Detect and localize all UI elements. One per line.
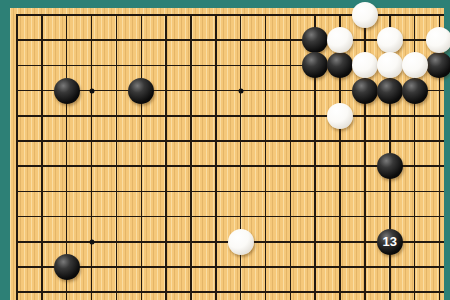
go-board[interactable]: 13	[10, 8, 444, 300]
grid-line-horizontal	[16, 191, 444, 193]
grid-line-vertical	[41, 14, 43, 300]
grid-line-horizontal	[16, 291, 444, 293]
white-stone	[228, 229, 254, 255]
black-stone	[352, 78, 378, 104]
grid-line-vertical	[190, 14, 192, 300]
white-stone	[327, 27, 353, 53]
grid-line-horizontal	[16, 115, 444, 117]
black-stone	[128, 78, 154, 104]
move-number-label: 13	[383, 235, 397, 248]
grid-line-vertical	[16, 14, 18, 300]
black-stone	[426, 52, 450, 78]
screen: 13	[0, 0, 450, 300]
grid-line-vertical	[240, 14, 242, 300]
white-stone	[402, 52, 428, 78]
black-stone	[302, 27, 328, 53]
star-point	[238, 88, 243, 93]
black-stone	[54, 254, 80, 280]
black-stone	[54, 78, 80, 104]
grid-line-vertical	[91, 14, 93, 300]
black-stone	[302, 52, 328, 78]
grid-line-horizontal	[16, 266, 444, 268]
black-stone	[327, 52, 353, 78]
black-stone	[377, 78, 403, 104]
grid-line-vertical	[141, 14, 143, 300]
grid-line-vertical	[215, 14, 217, 300]
black-stone	[377, 153, 403, 179]
grid-line-horizontal	[16, 216, 444, 218]
white-stone	[327, 103, 353, 129]
white-stone	[352, 52, 378, 78]
white-stone	[377, 27, 403, 53]
grid-line-vertical	[290, 14, 292, 300]
grid-line-vertical	[165, 14, 167, 300]
white-stone	[352, 2, 378, 28]
grid-line-vertical	[116, 14, 118, 300]
black-stone	[402, 78, 428, 104]
white-stone	[426, 27, 450, 53]
grid-line-horizontal	[16, 140, 444, 142]
star-point	[89, 239, 94, 244]
white-stone	[377, 52, 403, 78]
star-point	[89, 88, 94, 93]
black-stone: 13	[377, 229, 403, 255]
grid-line-horizontal	[16, 14, 444, 16]
grid-line-vertical	[265, 14, 267, 300]
